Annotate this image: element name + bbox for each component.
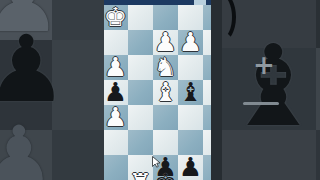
mouse-cursor-icon [152,156,161,168]
piece-black-bishop[interactable]: ♝ [179,80,202,105]
square-f3[interactable] [203,130,211,155]
square-b2[interactable] [104,155,128,180]
square-c3[interactable] [128,130,153,155]
square-f6[interactable] [203,55,211,80]
piece-white-pawn[interactable]: ♟ [104,105,127,130]
square-b4[interactable]: ♟ [104,105,128,130]
bishop-collar-detail [243,102,279,105]
square-c8[interactable] [128,5,153,30]
square-f4[interactable] [203,105,211,130]
square-b8[interactable]: ♚ [104,5,128,30]
backdrop-left: ♟ ♟ ♟ [0,0,104,180]
backdrop-right: ♝ + [211,0,320,180]
backdrop-black-bishop-icon: ♝ [223,30,320,142]
square-e2[interactable]: ♟ [178,155,203,180]
scrollbar-thumb[interactable] [194,0,206,5]
piece-black-king[interactable]: ♚ [154,171,177,180]
square-e5[interactable]: ♝ [178,80,203,105]
square-b3[interactable] [104,130,128,155]
square-c7[interactable] [128,30,153,55]
backdrop-white-pawn-icon: ♟ [0,116,55,180]
piece-black-pawn[interactable]: ♟ [179,155,202,180]
square-f8[interactable] [203,5,211,30]
chess-board-strip: ♚♟♟♟♞♟♝♝♟♟♟♜♚ [104,0,211,180]
square-d4[interactable] [153,105,178,130]
backdrop-square [52,130,104,180]
square-c4[interactable] [128,105,153,130]
piece-white-pawn[interactable]: ♟ [179,30,202,55]
chess-video-frame: ♟ ♟ ♟ ♝ + ♚♟♟♟♞♟♝♝♟♟♟♜♚ [0,0,320,180]
piece-white-king[interactable]: ♚ [104,5,127,30]
bishop-cross-detail: + [253,52,275,78]
piece-white-bishop[interactable]: ♝ [154,80,177,105]
backdrop-black-pawn-icon: ♟ [0,24,67,116]
square-d5[interactable]: ♝ [153,80,178,105]
chess-board: ♚♟♟♟♞♟♝♝♟♟♟♜♚ [104,5,211,180]
square-e7[interactable]: ♟ [178,30,203,55]
square-e4[interactable] [178,105,203,130]
square-f5[interactable] [203,80,211,105]
square-f7[interactable] [203,30,211,55]
square-c5[interactable] [128,80,153,105]
piece-white-rook[interactable]: ♜ [129,171,152,180]
square-f2[interactable] [203,155,211,180]
square-c6[interactable] [128,55,153,80]
